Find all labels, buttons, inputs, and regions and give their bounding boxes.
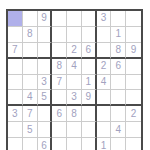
cell-r3c3[interactable] <box>38 43 53 59</box>
cell-r4c6[interactable] <box>82 59 97 75</box>
cell-r1c9[interactable] <box>126 11 141 27</box>
cell-r5c8[interactable] <box>111 75 126 91</box>
cell-r6c2[interactable]: 4 <box>23 90 38 106</box>
cell-r1c6[interactable] <box>82 11 97 27</box>
cell-r1c2[interactable] <box>23 11 38 27</box>
cell-r9c9[interactable] <box>126 138 141 150</box>
cell-r8c3[interactable] <box>38 122 53 138</box>
cell-r3c7[interactable] <box>97 43 112 59</box>
cell-r6c4[interactable] <box>52 90 67 106</box>
cell-r6c3[interactable]: 5 <box>38 90 53 106</box>
cell-r9c5[interactable] <box>67 138 82 150</box>
cell-r5c1[interactable] <box>8 75 23 91</box>
cell-r6c9[interactable] <box>126 90 141 106</box>
cell-r7c7[interactable] <box>97 106 112 122</box>
cell-r9c6[interactable] <box>82 138 97 150</box>
cell-r5c6[interactable]: 1 <box>82 75 97 91</box>
cell-r6c6[interactable]: 9 <box>82 90 97 106</box>
cell-r8c7[interactable] <box>97 122 112 138</box>
cell-r2c8[interactable]: 1 <box>111 27 126 43</box>
cell-r4c7[interactable]: 2 <box>97 59 112 75</box>
cell-r2c6[interactable] <box>82 27 97 43</box>
cell-r9c1[interactable] <box>8 138 23 150</box>
cell-r3c2[interactable] <box>23 43 38 59</box>
cell-r1c5[interactable] <box>67 11 82 27</box>
cell-r8c9[interactable] <box>126 122 141 138</box>
cell-r2c2[interactable]: 8 <box>23 27 38 43</box>
cell-r1c3[interactable]: 9 <box>38 11 53 27</box>
cell-r8c5[interactable] <box>67 122 82 138</box>
cell-r3c6[interactable]: 6 <box>82 43 97 59</box>
cell-r3c1[interactable]: 7 <box>8 43 23 59</box>
cell-r5c3[interactable]: 3 <box>38 75 53 91</box>
cell-r9c3[interactable]: 6 <box>38 138 53 150</box>
cell-r9c7[interactable]: 1 <box>97 138 112 150</box>
cell-r7c2[interactable]: 7 <box>23 106 38 122</box>
cell-r4c4[interactable]: 8 <box>52 59 67 75</box>
cell-r6c8[interactable] <box>111 90 126 106</box>
cell-r6c7[interactable] <box>97 90 112 106</box>
cell-r9c8[interactable] <box>111 138 126 150</box>
cell-r2c7[interactable] <box>97 27 112 43</box>
cell-r9c2[interactable] <box>23 138 38 150</box>
cell-r5c4[interactable]: 7 <box>52 75 67 91</box>
cell-r7c5[interactable]: 8 <box>67 106 82 122</box>
cell-r9c4[interactable] <box>52 138 67 150</box>
cell-r3c8[interactable]: 8 <box>111 43 126 59</box>
cell-r1c1[interactable] <box>8 11 23 27</box>
cell-r4c2[interactable] <box>23 59 38 75</box>
cell-r2c9[interactable] <box>126 27 141 43</box>
cell-r4c3[interactable] <box>38 59 53 75</box>
cell-r8c4[interactable] <box>52 122 67 138</box>
cell-r4c1[interactable] <box>8 59 23 75</box>
cell-r4c5[interactable]: 4 <box>67 59 82 75</box>
cell-r6c1[interactable] <box>8 90 23 106</box>
cell-r3c4[interactable] <box>52 43 67 59</box>
cell-r7c9[interactable]: 2 <box>126 106 141 122</box>
sudoku-board: 938172689842637144539376825461 <box>6 9 143 150</box>
cell-r7c8[interactable] <box>111 106 126 122</box>
cell-r1c8[interactable] <box>111 11 126 27</box>
cell-r1c4[interactable] <box>52 11 67 27</box>
cell-r5c9[interactable] <box>126 75 141 91</box>
cell-r5c7[interactable]: 4 <box>97 75 112 91</box>
cell-r1c7[interactable]: 3 <box>97 11 112 27</box>
cell-r4c9[interactable] <box>126 59 141 75</box>
cell-r8c8[interactable]: 4 <box>111 122 126 138</box>
cell-r7c6[interactable] <box>82 106 97 122</box>
cell-r7c1[interactable]: 3 <box>8 106 23 122</box>
cell-r8c1[interactable] <box>8 122 23 138</box>
cell-r4c8[interactable]: 6 <box>111 59 126 75</box>
cell-r2c4[interactable] <box>52 27 67 43</box>
cell-r3c5[interactable]: 2 <box>67 43 82 59</box>
cell-r7c4[interactable]: 6 <box>52 106 67 122</box>
cell-r3c9[interactable]: 9 <box>126 43 141 59</box>
cell-r2c5[interactable] <box>67 27 82 43</box>
cell-r6c5[interactable]: 3 <box>67 90 82 106</box>
cell-r5c5[interactable] <box>67 75 82 91</box>
cell-r8c6[interactable] <box>82 122 97 138</box>
cell-r8c2[interactable]: 5 <box>23 122 38 138</box>
cell-r5c2[interactable] <box>23 75 38 91</box>
cell-r2c3[interactable] <box>38 27 53 43</box>
cell-r7c3[interactable] <box>38 106 53 122</box>
cell-r2c1[interactable] <box>8 27 23 43</box>
